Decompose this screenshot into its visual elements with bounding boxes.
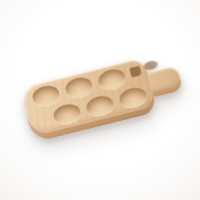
pit-grid bbox=[26, 64, 136, 133]
logo-stamp-icon bbox=[129, 66, 142, 78]
pit-r0c2[interactable] bbox=[96, 67, 127, 92]
pit-r1c2[interactable] bbox=[117, 85, 148, 110]
pit-r1c0[interactable] bbox=[51, 102, 82, 127]
logo-oval-icon bbox=[142, 59, 159, 71]
pit-r0c1[interactable] bbox=[63, 75, 94, 100]
pit-r0c0[interactable] bbox=[30, 83, 61, 108]
photo-canvas bbox=[0, 0, 200, 200]
wooden-pit-board bbox=[20, 48, 193, 137]
pit-r1c1[interactable] bbox=[84, 93, 115, 118]
